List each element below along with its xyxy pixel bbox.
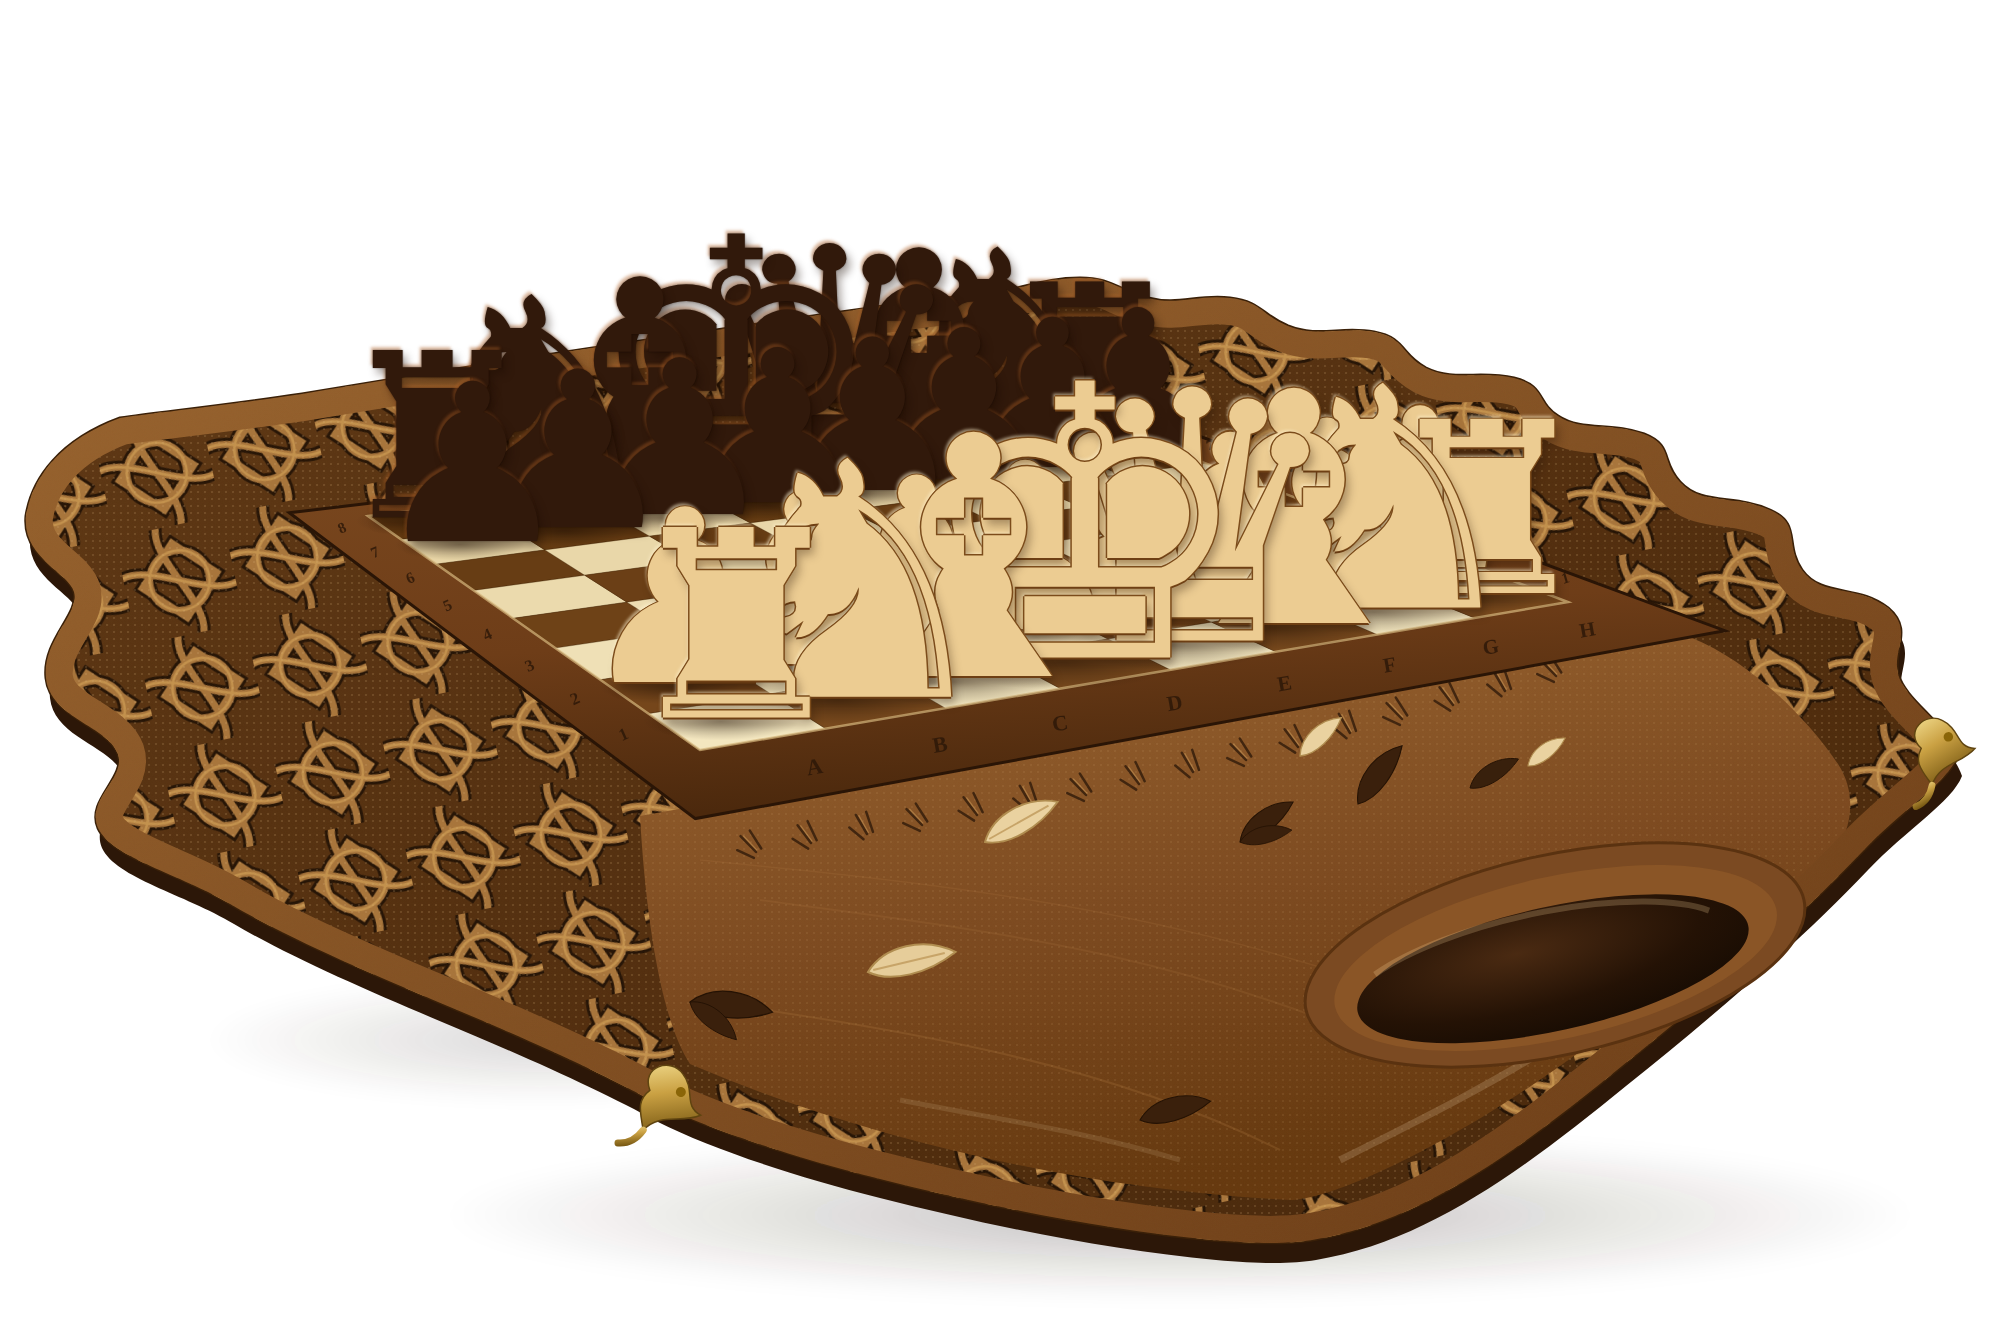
product-photo: Hand-carved walnut chess and backgammon … xyxy=(0,0,2000,1333)
carved-chessboard-photo: ABCDEFGH1122334455667788 xyxy=(0,0,2000,1333)
